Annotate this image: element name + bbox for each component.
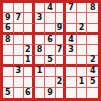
sudoku-cell-r1c2[interactable] <box>14 3 25 13</box>
sudoku-cell-r4c1: 8 <box>3 35 14 45</box>
sudoku-cell-r4c9[interactable] <box>87 35 98 45</box>
sudoku-cell-r4c6[interactable] <box>56 35 67 45</box>
sudoku-cell-r8c5[interactable] <box>45 77 56 87</box>
sudoku-cell-r3c4[interactable] <box>35 24 46 35</box>
sudoku-cell-r2c4: 3 <box>35 13 46 23</box>
sudoku-cell-r9c9[interactable] <box>87 88 98 98</box>
sudoku-cell-r6c3: 1 <box>24 56 35 67</box>
sudoku-cell-r2c3[interactable] <box>24 13 35 23</box>
sudoku-cell-r8c7[interactable] <box>66 77 77 87</box>
sudoku-cell-r2c7[interactable] <box>66 13 77 23</box>
sudoku-cell-r4c7: 4 <box>66 35 77 45</box>
sudoku-cell-r7c9: 4 <box>87 67 98 77</box>
sudoku-cell-r8c2[interactable] <box>14 77 25 87</box>
sudoku-cell-r5c6: 7 <box>56 45 67 55</box>
sudoku-board: 4789736928642873152314215569 <box>0 0 101 101</box>
sudoku-cell-r7c1[interactable] <box>3 67 14 77</box>
sudoku-cell-r3c3[interactable] <box>24 24 35 35</box>
sudoku-cell-r9c5: 9 <box>45 88 56 98</box>
sudoku-cell-r3c5[interactable] <box>45 24 56 35</box>
sudoku-cell-r3c6: 9 <box>56 24 67 35</box>
sudoku-cell-r5c2[interactable] <box>14 45 25 55</box>
sudoku-cell-r1c7: 7 <box>66 3 77 13</box>
sudoku-cell-r4c2[interactable] <box>14 35 25 45</box>
sudoku-cell-r3c2[interactable] <box>14 24 25 35</box>
sudoku-cell-r1c3[interactable] <box>24 3 35 13</box>
sudoku-cell-r5c8[interactable] <box>77 45 88 55</box>
sudoku-cell-r8c3[interactable] <box>24 77 35 87</box>
sudoku-cell-r6c2[interactable] <box>14 56 25 67</box>
sudoku-cell-r9c1: 5 <box>3 88 14 98</box>
sudoku-cell-r2c2: 7 <box>14 13 25 23</box>
sudoku-cell-r1c8[interactable] <box>77 3 88 13</box>
sudoku-cell-r4c8[interactable] <box>77 35 88 45</box>
sudoku-cell-r7c2: 3 <box>14 67 25 77</box>
sudoku-cell-r7c7[interactable] <box>66 67 77 77</box>
sudoku-cell-r7c5[interactable] <box>45 67 56 77</box>
sudoku-cell-r7c4: 1 <box>35 67 46 77</box>
sudoku-cell-r2c5[interactable] <box>45 13 56 23</box>
sudoku-cell-r8c6: 2 <box>56 77 67 87</box>
sudoku-cell-r3c7[interactable] <box>66 24 77 35</box>
sudoku-cell-r1c1[interactable] <box>3 3 14 13</box>
sudoku-cell-r3c8: 2 <box>77 24 88 35</box>
sudoku-cell-r1c9: 8 <box>87 3 98 13</box>
sudoku-cell-r6c1[interactable] <box>3 56 14 67</box>
sudoku-cell-r9c3: 6 <box>24 88 35 98</box>
sudoku-cell-r7c3[interactable] <box>24 67 35 77</box>
sudoku-cell-r8c1[interactable] <box>3 77 14 87</box>
sudoku-cell-r1c5: 4 <box>45 3 56 13</box>
sudoku-cell-r5c1[interactable] <box>3 45 14 55</box>
sudoku-cell-r6c8[interactable] <box>77 56 88 67</box>
sudoku-cell-r5c4: 8 <box>35 45 46 55</box>
sudoku-cell-r8c4[interactable] <box>35 77 46 87</box>
sudoku-cell-r7c8[interactable] <box>77 67 88 77</box>
sudoku-cell-r9c2[interactable] <box>14 88 25 98</box>
sudoku-cell-r5c7: 3 <box>66 45 77 55</box>
sudoku-cell-r2c9[interactable] <box>87 13 98 23</box>
sudoku-cell-r8c9: 5 <box>87 77 98 87</box>
sudoku-cell-r3c9[interactable] <box>87 24 98 35</box>
sudoku-cell-r9c6[interactable] <box>56 88 67 98</box>
sudoku-cell-r4c3[interactable] <box>24 35 35 45</box>
sudoku-cell-r1c4[interactable] <box>35 3 46 13</box>
sudoku-cell-r4c4[interactable] <box>35 35 46 45</box>
sudoku-cell-r7c6[interactable] <box>56 67 67 77</box>
sudoku-cell-r9c7[interactable] <box>66 88 77 98</box>
sudoku-cell-r9c8[interactable] <box>77 88 88 98</box>
sudoku-cell-r6c5: 5 <box>45 56 56 67</box>
sudoku-cell-r3c1: 6 <box>3 24 14 35</box>
sudoku-cell-r8c8: 1 <box>77 77 88 87</box>
sudoku-cell-r9c4[interactable] <box>35 88 46 98</box>
sudoku-cell-r4c5: 6 <box>45 35 56 45</box>
sudoku-cell-r6c6[interactable] <box>56 56 67 67</box>
sudoku-cell-r6c7[interactable] <box>66 56 77 67</box>
sudoku-cell-r6c9: 2 <box>87 56 98 67</box>
sudoku-cell-r6c4[interactable] <box>35 56 46 67</box>
sudoku-cell-r1c6[interactable] <box>56 3 67 13</box>
